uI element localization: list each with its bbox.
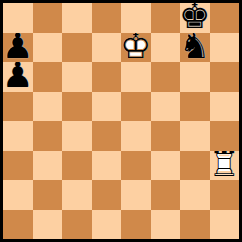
square-f1[interactable] xyxy=(151,210,181,240)
square-e3[interactable] xyxy=(121,151,151,181)
piece-black-pawn[interactable]: ♟ xyxy=(3,62,33,92)
square-g4[interactable] xyxy=(180,121,210,151)
square-a2[interactable] xyxy=(3,180,33,210)
square-d4[interactable] xyxy=(92,121,122,151)
piece-black-pawn[interactable]: ♟ xyxy=(3,33,33,63)
square-c1[interactable] xyxy=(62,210,92,240)
square-f5[interactable] xyxy=(151,92,181,122)
square-h1[interactable] xyxy=(210,210,240,240)
square-d6[interactable] xyxy=(92,62,122,92)
square-b1[interactable] xyxy=(33,210,63,240)
square-b8[interactable] xyxy=(33,3,63,33)
square-d5[interactable] xyxy=(92,92,122,122)
piece-black-knight[interactable]: ♞ xyxy=(180,33,210,63)
square-h3[interactable]: ♜♖ xyxy=(210,151,240,181)
square-f4[interactable] xyxy=(151,121,181,151)
square-f3[interactable] xyxy=(151,151,181,181)
square-c6[interactable] xyxy=(62,62,92,92)
square-b7[interactable] xyxy=(33,33,63,63)
piece-black-king[interactable]: ♚ xyxy=(180,3,210,33)
square-e1[interactable] xyxy=(121,210,151,240)
square-e7[interactable]: ♚♔ xyxy=(121,33,151,63)
square-c2[interactable] xyxy=(62,180,92,210)
square-g8[interactable]: ♚ xyxy=(180,3,210,33)
square-d2[interactable] xyxy=(92,180,122,210)
square-a7[interactable]: ♟ xyxy=(3,33,33,63)
square-b5[interactable] xyxy=(33,92,63,122)
square-g6[interactable] xyxy=(180,62,210,92)
square-e4[interactable] xyxy=(121,121,151,151)
square-h6[interactable] xyxy=(210,62,240,92)
square-a3[interactable] xyxy=(3,151,33,181)
square-h4[interactable] xyxy=(210,121,240,151)
square-h8[interactable] xyxy=(210,3,240,33)
square-c7[interactable] xyxy=(62,33,92,63)
square-g1[interactable] xyxy=(180,210,210,240)
piece-white-rook[interactable]: ♜♖ xyxy=(210,151,240,181)
square-a8[interactable] xyxy=(3,3,33,33)
square-f2[interactable] xyxy=(151,180,181,210)
square-c3[interactable] xyxy=(62,151,92,181)
square-c5[interactable] xyxy=(62,92,92,122)
square-f7[interactable] xyxy=(151,33,181,63)
piece-white-king[interactable]: ♚♔ xyxy=(121,33,151,63)
chess-board-frame: ♚♟♚♔♞♟♜♖ xyxy=(0,0,242,242)
square-e5[interactable] xyxy=(121,92,151,122)
square-b4[interactable] xyxy=(33,121,63,151)
square-d8[interactable] xyxy=(92,3,122,33)
square-e8[interactable] xyxy=(121,3,151,33)
square-b2[interactable] xyxy=(33,180,63,210)
square-a5[interactable] xyxy=(3,92,33,122)
square-h5[interactable] xyxy=(210,92,240,122)
chess-board: ♚♟♚♔♞♟♜♖ xyxy=(3,3,239,239)
square-g7[interactable]: ♞ xyxy=(180,33,210,63)
square-d7[interactable] xyxy=(92,33,122,63)
square-a6[interactable]: ♟ xyxy=(3,62,33,92)
square-e2[interactable] xyxy=(121,180,151,210)
square-h2[interactable] xyxy=(210,180,240,210)
square-d1[interactable] xyxy=(92,210,122,240)
square-g5[interactable] xyxy=(180,92,210,122)
square-a4[interactable] xyxy=(3,121,33,151)
square-g3[interactable] xyxy=(180,151,210,181)
square-b6[interactable] xyxy=(33,62,63,92)
square-b3[interactable] xyxy=(33,151,63,181)
square-d3[interactable] xyxy=(92,151,122,181)
square-c8[interactable] xyxy=(62,3,92,33)
square-f8[interactable] xyxy=(151,3,181,33)
square-e6[interactable] xyxy=(121,62,151,92)
square-c4[interactable] xyxy=(62,121,92,151)
square-g2[interactable] xyxy=(180,180,210,210)
square-f6[interactable] xyxy=(151,62,181,92)
square-h7[interactable] xyxy=(210,33,240,63)
square-a1[interactable] xyxy=(3,210,33,240)
